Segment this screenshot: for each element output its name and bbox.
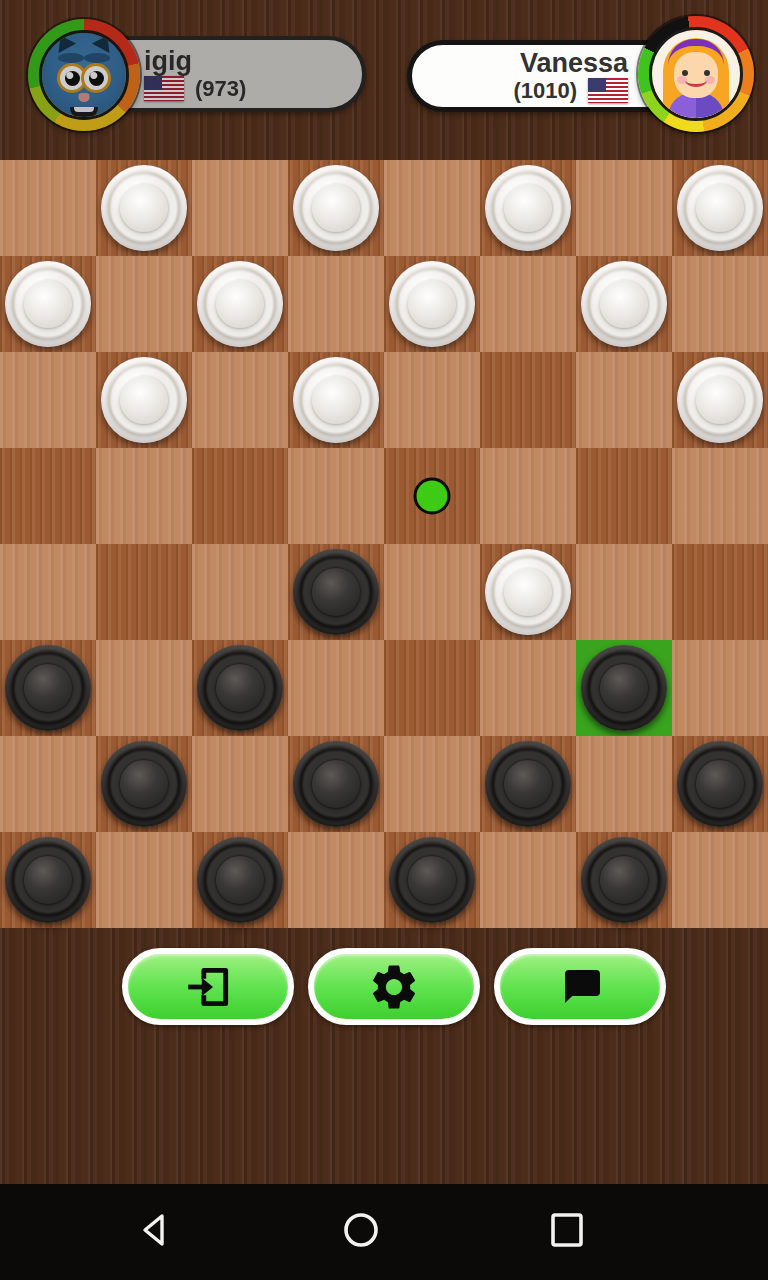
square-r2c5[interactable] [384,256,480,352]
square-r4c1[interactable] [0,448,96,544]
square-r1c5 [384,160,480,256]
square-r3c8[interactable] [672,352,768,448]
move-target-dot[interactable] [414,478,451,515]
square-r7c4[interactable] [288,736,384,832]
square-r2c8 [672,256,768,352]
player-left-rating: (973) [195,76,246,102]
square-r8c7[interactable] [576,832,672,928]
us-flag-icon [588,78,628,103]
square-r5c3 [192,544,288,640]
recents-button[interactable] [545,1208,589,1256]
back-button[interactable] [134,1208,178,1256]
square-r4c3[interactable] [192,448,288,544]
square-r6c6 [480,640,576,736]
white-checker[interactable] [485,165,571,251]
square-r3c4[interactable] [288,352,384,448]
square-r4c2 [96,448,192,544]
square-r8c5[interactable] [384,832,480,928]
white-checker[interactable] [293,165,379,251]
square-r4c6 [480,448,576,544]
square-r1c6[interactable] [480,160,576,256]
white-checker[interactable] [389,261,475,347]
black-checker[interactable] [581,645,667,731]
square-r6c3[interactable] [192,640,288,736]
square-r5c2[interactable] [96,544,192,640]
square-r2c3[interactable] [192,256,288,352]
square-r2c6 [480,256,576,352]
settings-button[interactable] [308,948,480,1025]
square-r7c7 [576,736,672,832]
square-r7c8[interactable] [672,736,768,832]
black-checker[interactable] [293,549,379,635]
exit-button[interactable] [122,948,294,1025]
square-r5c4[interactable] [288,544,384,640]
home-button[interactable] [339,1208,383,1256]
square-r4c8 [672,448,768,544]
exit-icon [183,962,233,1012]
white-checker[interactable] [677,165,763,251]
gear-icon [367,960,421,1014]
square-r1c4[interactable] [288,160,384,256]
black-checker[interactable] [293,741,379,827]
square-r1c2[interactable] [96,160,192,256]
square-r7c2[interactable] [96,736,192,832]
white-checker[interactable] [677,357,763,443]
square-r1c1 [0,160,96,256]
white-checker[interactable] [581,261,667,347]
square-r2c4 [288,256,384,352]
square-r4c7[interactable] [576,448,672,544]
square-r6c7[interactable] [576,640,672,736]
square-r3c3 [192,352,288,448]
square-r3c6[interactable] [480,352,576,448]
square-r7c3 [192,736,288,832]
player-right-rating: (1010) [513,78,577,104]
checkers-board [0,160,768,928]
square-r6c1[interactable] [0,640,96,736]
player-left-avatar [28,19,140,131]
black-checker[interactable] [197,645,283,731]
player-right-name: Vanessa [520,49,628,77]
black-checker[interactable] [101,741,187,827]
square-r4c4 [288,448,384,544]
player-right-avatar [638,16,754,132]
white-checker[interactable] [101,165,187,251]
square-r7c5 [384,736,480,832]
square-r3c5 [384,352,480,448]
square-r3c1 [0,352,96,448]
android-nav-bar [0,1184,768,1280]
white-checker[interactable] [101,357,187,443]
square-r5c6[interactable] [480,544,576,640]
square-r8c8 [672,832,768,928]
square-r6c2 [96,640,192,736]
girl-avatar-face [652,30,740,118]
square-r5c1 [0,544,96,640]
square-r3c7 [576,352,672,448]
white-checker[interactable] [485,549,571,635]
monkey-avatar-face [42,33,126,117]
square-r6c8 [672,640,768,736]
us-flag-icon [144,76,184,101]
square-r7c6[interactable] [480,736,576,832]
square-r7c1 [0,736,96,832]
square-r3c2[interactable] [96,352,192,448]
black-checker[interactable] [677,741,763,827]
player-left-name: igig [144,47,192,75]
chat-button[interactable] [494,948,666,1025]
square-r1c8[interactable] [672,160,768,256]
black-checker[interactable] [197,837,283,923]
black-checker[interactable] [5,837,91,923]
square-r8c1[interactable] [0,832,96,928]
square-r1c3 [192,160,288,256]
player-bar: igig (973) [0,0,768,160]
black-checker[interactable] [5,645,91,731]
black-checker[interactable] [485,741,571,827]
square-r2c2 [96,256,192,352]
square-r6c4 [288,640,384,736]
square-r8c6 [480,832,576,928]
square-r8c2 [96,832,192,928]
square-r5c5 [384,544,480,640]
black-checker[interactable] [389,837,475,923]
white-checker[interactable] [293,357,379,443]
action-buttons [0,948,768,1025]
square-r6c5[interactable] [384,640,480,736]
app-screen: igig (973) [0,0,768,1280]
square-r5c8[interactable] [672,544,768,640]
square-r2c1[interactable] [0,256,96,352]
white-checker[interactable] [5,261,91,347]
square-r8c4 [288,832,384,928]
square-r5c7 [576,544,672,640]
black-checker[interactable] [581,837,667,923]
chat-bubble-icon [556,963,604,1011]
square-r4c5[interactable] [384,448,480,544]
square-r1c7 [576,160,672,256]
square-r8c3[interactable] [192,832,288,928]
square-r2c7[interactable] [576,256,672,352]
white-checker[interactable] [197,261,283,347]
